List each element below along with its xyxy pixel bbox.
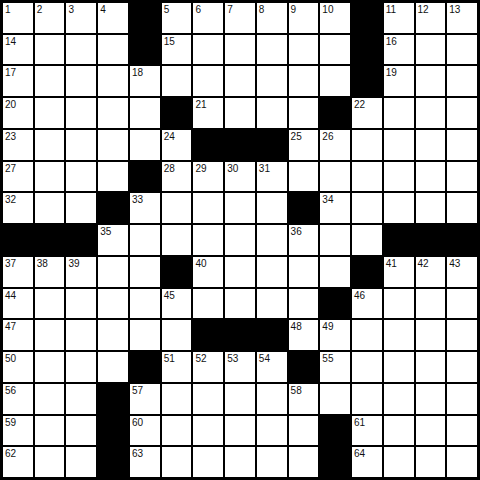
- white-cell[interactable]: [416, 66, 446, 96]
- clue-number: 25: [291, 131, 302, 142]
- white-cell[interactable]: [98, 352, 128, 382]
- white-cell[interactable]: [66, 162, 96, 192]
- white-cell[interactable]: 51: [162, 352, 192, 382]
- clue-number: 49: [322, 321, 333, 332]
- white-cell[interactable]: [416, 35, 446, 65]
- white-cell[interactable]: [352, 130, 382, 160]
- clue-number: 47: [5, 321, 16, 332]
- white-cell[interactable]: 14: [3, 35, 33, 65]
- white-cell[interactable]: [447, 416, 477, 446]
- white-cell[interactable]: [98, 130, 128, 160]
- white-cell[interactable]: [98, 162, 128, 192]
- white-cell[interactable]: [289, 447, 319, 477]
- white-cell[interactable]: [130, 130, 160, 160]
- white-cell[interactable]: [225, 257, 255, 287]
- white-cell[interactable]: [35, 193, 65, 223]
- clue-number: 43: [449, 258, 460, 269]
- white-cell[interactable]: 59: [3, 416, 33, 446]
- white-cell[interactable]: [193, 384, 223, 414]
- white-cell[interactable]: [257, 416, 287, 446]
- white-cell[interactable]: 10: [320, 3, 350, 33]
- clue-number: 50: [5, 353, 16, 364]
- white-cell[interactable]: 35: [98, 225, 128, 255]
- clue-number: 10: [322, 4, 333, 15]
- clue-number: 32: [5, 194, 16, 205]
- white-cell[interactable]: [257, 257, 287, 287]
- black-cell: [130, 162, 160, 192]
- white-cell[interactable]: [447, 352, 477, 382]
- clue-number: 41: [386, 258, 397, 269]
- white-cell[interactable]: [384, 130, 414, 160]
- clue-number: 58: [291, 385, 302, 396]
- white-cell[interactable]: [447, 320, 477, 350]
- clue-number: 38: [37, 258, 48, 269]
- white-cell[interactable]: [447, 384, 477, 414]
- black-cell: [384, 225, 414, 255]
- black-cell: [352, 3, 382, 33]
- white-cell[interactable]: 30: [225, 162, 255, 192]
- white-cell[interactable]: [162, 416, 192, 446]
- white-cell[interactable]: 33: [130, 193, 160, 223]
- clue-number: 15: [164, 36, 175, 47]
- white-cell[interactable]: [289, 66, 319, 96]
- white-cell[interactable]: 43: [447, 257, 477, 287]
- white-cell[interactable]: [257, 98, 287, 128]
- white-cell[interactable]: [130, 98, 160, 128]
- black-cell: [130, 35, 160, 65]
- clue-number: 42: [418, 258, 429, 269]
- white-cell[interactable]: [35, 130, 65, 160]
- white-cell[interactable]: 54: [257, 352, 287, 382]
- black-cell: [98, 193, 128, 223]
- clue-number: 61: [354, 417, 365, 428]
- white-cell[interactable]: [66, 193, 96, 223]
- white-cell[interactable]: [352, 193, 382, 223]
- clue-number: 8: [259, 4, 265, 15]
- clue-number: 7: [227, 4, 233, 15]
- white-cell[interactable]: 62: [3, 447, 33, 477]
- white-cell[interactable]: [257, 225, 287, 255]
- clue-number: 6: [195, 4, 201, 15]
- black-cell: [130, 3, 160, 33]
- white-cell[interactable]: 17: [3, 66, 33, 96]
- clue-number: 11: [386, 4, 396, 15]
- white-cell[interactable]: 31: [257, 162, 287, 192]
- white-cell[interactable]: 47: [3, 320, 33, 350]
- white-cell[interactable]: [35, 289, 65, 319]
- white-cell[interactable]: [225, 289, 255, 319]
- white-cell[interactable]: [66, 352, 96, 382]
- black-cell: [225, 130, 255, 160]
- white-cell[interactable]: [35, 98, 65, 128]
- white-cell[interactable]: [289, 289, 319, 319]
- white-cell[interactable]: 52: [193, 352, 223, 382]
- black-cell: [416, 225, 446, 255]
- white-cell[interactable]: 41: [384, 257, 414, 287]
- white-cell[interactable]: 8: [257, 3, 287, 33]
- white-cell[interactable]: [320, 225, 350, 255]
- white-cell[interactable]: [225, 66, 255, 96]
- white-cell[interactable]: 23: [3, 130, 33, 160]
- clue-number: 54: [259, 353, 270, 364]
- white-cell[interactable]: [289, 98, 319, 128]
- white-cell[interactable]: [162, 447, 192, 477]
- white-cell[interactable]: [447, 162, 477, 192]
- white-cell[interactable]: 49: [320, 320, 350, 350]
- white-cell[interactable]: 11: [384, 3, 414, 33]
- white-cell[interactable]: 42: [416, 257, 446, 287]
- white-cell[interactable]: [352, 384, 382, 414]
- white-cell[interactable]: [416, 130, 446, 160]
- white-cell[interactable]: [130, 289, 160, 319]
- black-cell: [98, 416, 128, 446]
- white-cell[interactable]: 39: [66, 257, 96, 287]
- black-cell: [225, 320, 255, 350]
- white-cell[interactable]: 34: [320, 193, 350, 223]
- white-cell[interactable]: [289, 257, 319, 287]
- black-cell: [98, 447, 128, 477]
- clue-number: 31: [259, 163, 270, 174]
- white-cell[interactable]: 40: [193, 257, 223, 287]
- clue-number: 4: [100, 4, 106, 15]
- white-cell[interactable]: [384, 162, 414, 192]
- white-cell[interactable]: [225, 447, 255, 477]
- white-cell[interactable]: [384, 320, 414, 350]
- black-cell: [35, 225, 65, 255]
- white-cell[interactable]: [98, 289, 128, 319]
- white-cell[interactable]: [225, 35, 255, 65]
- white-cell[interactable]: [162, 66, 192, 96]
- black-cell: [162, 257, 192, 287]
- white-cell[interactable]: [257, 289, 287, 319]
- white-cell[interactable]: [162, 225, 192, 255]
- clue-number: 16: [386, 36, 397, 47]
- black-cell: [320, 416, 350, 446]
- black-cell: [257, 320, 287, 350]
- white-cell[interactable]: [35, 35, 65, 65]
- white-cell[interactable]: [352, 225, 382, 255]
- clue-number: 63: [132, 448, 143, 459]
- black-cell: [352, 257, 382, 287]
- white-cell[interactable]: 25: [289, 130, 319, 160]
- white-cell[interactable]: 1: [3, 3, 33, 33]
- clue-number: 1: [5, 4, 11, 15]
- black-cell: [352, 35, 382, 65]
- white-cell[interactable]: [98, 66, 128, 96]
- white-cell[interactable]: [416, 98, 446, 128]
- white-cell[interactable]: 26: [320, 130, 350, 160]
- white-cell[interactable]: [416, 352, 446, 382]
- white-cell[interactable]: [130, 320, 160, 350]
- white-cell[interactable]: 46: [352, 289, 382, 319]
- white-cell[interactable]: [352, 162, 382, 192]
- white-cell[interactable]: [98, 320, 128, 350]
- clue-number: 52: [195, 353, 206, 364]
- clue-number: 64: [354, 448, 365, 459]
- white-cell[interactable]: 28: [162, 162, 192, 192]
- black-cell: [3, 225, 33, 255]
- white-cell[interactable]: [225, 225, 255, 255]
- clue-number: 53: [227, 353, 238, 364]
- white-cell[interactable]: 63: [130, 447, 160, 477]
- black-cell: [193, 130, 223, 160]
- white-cell[interactable]: [130, 225, 160, 255]
- white-cell[interactable]: [447, 66, 477, 96]
- white-cell[interactable]: [416, 320, 446, 350]
- black-cell: [320, 289, 350, 319]
- black-cell: [289, 352, 319, 382]
- clue-number: 19: [386, 67, 397, 78]
- white-cell[interactable]: [257, 384, 287, 414]
- white-cell[interactable]: [320, 257, 350, 287]
- white-cell[interactable]: [35, 416, 65, 446]
- white-cell[interactable]: 24: [162, 130, 192, 160]
- clue-number: 37: [5, 258, 16, 269]
- white-cell[interactable]: 38: [35, 257, 65, 287]
- black-cell: [257, 130, 287, 160]
- clue-number: 29: [195, 163, 206, 174]
- white-cell[interactable]: 5: [162, 3, 192, 33]
- white-cell[interactable]: [162, 193, 192, 223]
- black-cell: [162, 98, 192, 128]
- white-cell[interactable]: [289, 35, 319, 65]
- white-cell[interactable]: [98, 98, 128, 128]
- white-cell[interactable]: 9: [289, 3, 319, 33]
- white-cell[interactable]: [225, 98, 255, 128]
- white-cell[interactable]: [320, 384, 350, 414]
- clue-number: 45: [164, 290, 175, 301]
- white-cell[interactable]: [384, 352, 414, 382]
- white-cell[interactable]: 64: [352, 447, 382, 477]
- clue-number: 55: [322, 353, 333, 364]
- white-cell[interactable]: 20: [3, 98, 33, 128]
- clue-number: 62: [5, 448, 16, 459]
- clue-number: 18: [132, 67, 143, 78]
- white-cell[interactable]: [416, 162, 446, 192]
- white-cell[interactable]: [35, 66, 65, 96]
- white-cell[interactable]: [162, 384, 192, 414]
- black-cell: [193, 320, 223, 350]
- white-cell[interactable]: [66, 384, 96, 414]
- white-cell[interactable]: [320, 35, 350, 65]
- black-cell: [66, 225, 96, 255]
- clue-number: 39: [68, 258, 79, 269]
- white-cell[interactable]: [257, 66, 287, 96]
- white-cell[interactable]: [257, 193, 287, 223]
- clue-number: 2: [37, 4, 43, 15]
- clue-number: 9: [291, 4, 297, 15]
- white-cell[interactable]: [384, 384, 414, 414]
- clue-number: 44: [5, 290, 16, 301]
- clue-number: 57: [132, 385, 143, 396]
- white-cell[interactable]: [98, 257, 128, 287]
- clue-number: 3: [68, 4, 74, 15]
- white-cell[interactable]: [257, 447, 287, 477]
- white-cell[interactable]: [193, 225, 223, 255]
- black-cell: [447, 225, 477, 255]
- white-cell[interactable]: [66, 320, 96, 350]
- white-cell[interactable]: [352, 320, 382, 350]
- clue-number: 12: [418, 4, 429, 15]
- white-cell[interactable]: [35, 384, 65, 414]
- clue-number: 30: [227, 163, 238, 174]
- white-cell[interactable]: [225, 384, 255, 414]
- white-cell[interactable]: [193, 289, 223, 319]
- clue-number: 46: [354, 290, 365, 301]
- white-cell[interactable]: [416, 193, 446, 223]
- clue-number: 17: [5, 67, 16, 78]
- white-cell[interactable]: 58: [289, 384, 319, 414]
- white-cell[interactable]: [35, 447, 65, 477]
- white-cell[interactable]: [66, 98, 96, 128]
- white-cell[interactable]: 18: [130, 66, 160, 96]
- clue-number: 35: [100, 226, 111, 237]
- white-cell[interactable]: 2: [35, 3, 65, 33]
- white-cell[interactable]: 53: [225, 352, 255, 382]
- white-cell[interactable]: [447, 447, 477, 477]
- black-cell: [289, 193, 319, 223]
- white-cell[interactable]: 61: [352, 416, 382, 446]
- white-cell[interactable]: 3: [66, 3, 96, 33]
- white-cell[interactable]: [66, 289, 96, 319]
- white-cell[interactable]: [384, 447, 414, 477]
- clue-number: 40: [195, 258, 206, 269]
- clue-number: 26: [322, 131, 333, 142]
- white-cell[interactable]: [289, 162, 319, 192]
- white-cell[interactable]: 56: [3, 384, 33, 414]
- clue-number: 59: [5, 417, 16, 428]
- white-cell[interactable]: [416, 384, 446, 414]
- black-cell: [320, 98, 350, 128]
- white-cell[interactable]: [384, 193, 414, 223]
- white-cell[interactable]: [193, 66, 223, 96]
- clue-number: 51: [164, 353, 175, 364]
- white-cell[interactable]: [193, 416, 223, 446]
- crossword-board: 1234567891011121314151617181920212223242…: [0, 0, 480, 480]
- white-cell[interactable]: 4: [98, 3, 128, 33]
- clue-number: 34: [322, 194, 333, 205]
- clue-number: 33: [132, 194, 143, 205]
- white-cell[interactable]: 29: [193, 162, 223, 192]
- white-cell[interactable]: [257, 35, 287, 65]
- white-cell[interactable]: [35, 320, 65, 350]
- white-cell[interactable]: [35, 162, 65, 192]
- white-cell[interactable]: 37: [3, 257, 33, 287]
- white-cell[interactable]: [447, 35, 477, 65]
- white-cell[interactable]: [289, 416, 319, 446]
- white-cell[interactable]: [416, 289, 446, 319]
- white-cell[interactable]: [384, 289, 414, 319]
- clue-number: 14: [5, 36, 16, 47]
- black-cell: [352, 66, 382, 96]
- clue-number: 36: [291, 226, 302, 237]
- clue-number: 22: [354, 99, 365, 110]
- clue-number: 48: [291, 321, 302, 332]
- white-cell[interactable]: [225, 416, 255, 446]
- white-cell[interactable]: [193, 447, 223, 477]
- white-cell[interactable]: [447, 98, 477, 128]
- white-cell[interactable]: [384, 416, 414, 446]
- white-cell[interactable]: [66, 416, 96, 446]
- white-cell[interactable]: 60: [130, 416, 160, 446]
- white-cell[interactable]: [225, 193, 255, 223]
- white-cell[interactable]: 13: [447, 3, 477, 33]
- white-cell[interactable]: 7: [225, 3, 255, 33]
- white-cell[interactable]: 57: [130, 384, 160, 414]
- clue-number: 5: [164, 4, 170, 15]
- clue-number: 24: [164, 131, 175, 142]
- white-cell[interactable]: 16: [384, 35, 414, 65]
- white-cell[interactable]: [66, 66, 96, 96]
- clue-number: 28: [164, 163, 175, 174]
- white-cell[interactable]: 27: [3, 162, 33, 192]
- clue-number: 23: [5, 131, 16, 142]
- white-cell[interactable]: [320, 66, 350, 96]
- clue-number: 60: [132, 417, 143, 428]
- white-cell[interactable]: 32: [3, 193, 33, 223]
- black-cell: [130, 352, 160, 382]
- white-cell[interactable]: 19: [384, 66, 414, 96]
- white-cell[interactable]: [447, 289, 477, 319]
- white-cell[interactable]: [320, 162, 350, 192]
- white-cell[interactable]: 50: [3, 352, 33, 382]
- clue-number: 13: [449, 4, 460, 15]
- black-cell: [98, 384, 128, 414]
- white-cell[interactable]: [384, 98, 414, 128]
- white-cell[interactable]: [447, 193, 477, 223]
- white-cell[interactable]: [193, 35, 223, 65]
- white-cell[interactable]: [98, 35, 128, 65]
- clue-number: 20: [5, 99, 16, 110]
- white-cell[interactable]: [416, 416, 446, 446]
- white-cell[interactable]: 12: [416, 3, 446, 33]
- black-cell: [320, 447, 350, 477]
- clue-number: 27: [5, 163, 16, 174]
- white-cell[interactable]: [35, 352, 65, 382]
- white-cell[interactable]: [162, 320, 192, 350]
- white-cell[interactable]: [66, 35, 96, 65]
- white-cell[interactable]: [352, 352, 382, 382]
- white-cell[interactable]: [66, 447, 96, 477]
- clue-number: 56: [5, 385, 16, 396]
- white-cell[interactable]: 55: [320, 352, 350, 382]
- white-cell[interactable]: 22: [352, 98, 382, 128]
- clue-number: 21: [195, 99, 206, 110]
- white-cell[interactable]: [447, 130, 477, 160]
- white-cell[interactable]: 48: [289, 320, 319, 350]
- white-cell[interactable]: [193, 193, 223, 223]
- white-cell[interactable]: [130, 257, 160, 287]
- white-cell[interactable]: 44: [3, 289, 33, 319]
- white-cell[interactable]: 36: [289, 225, 319, 255]
- white-cell[interactable]: 6: [193, 3, 223, 33]
- white-cell[interactable]: [66, 130, 96, 160]
- white-cell[interactable]: [416, 447, 446, 477]
- white-cell[interactable]: 45: [162, 289, 192, 319]
- white-cell[interactable]: 21: [193, 98, 223, 128]
- white-cell[interactable]: 15: [162, 35, 192, 65]
